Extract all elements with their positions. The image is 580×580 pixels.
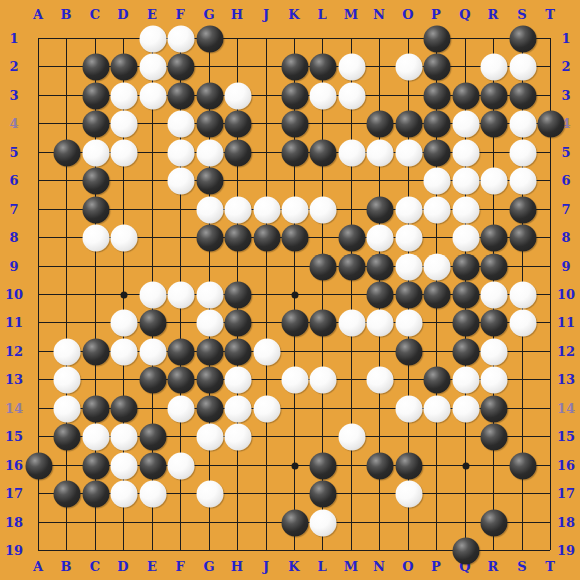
black-stone-R3 xyxy=(480,82,507,109)
col-label-top-D: D xyxy=(117,8,128,21)
black-stone-E15 xyxy=(139,423,166,450)
black-stone-G14 xyxy=(196,395,223,422)
black-stone-K8 xyxy=(281,224,308,251)
black-stone-T4 xyxy=(537,110,564,137)
black-stone-C7 xyxy=(82,196,109,223)
black-stone-M8 xyxy=(338,224,365,251)
white-stone-P14 xyxy=(423,395,450,422)
row-label-right-9: 9 xyxy=(561,260,570,273)
white-stone-S11 xyxy=(509,309,536,336)
black-stone-D2 xyxy=(110,53,137,80)
row-label-left-18: 18 xyxy=(5,516,23,529)
white-stone-B14 xyxy=(53,395,80,422)
black-stone-G3 xyxy=(196,82,223,109)
hoshi-point-Q16 xyxy=(462,462,469,469)
white-stone-O14 xyxy=(395,395,422,422)
white-stone-N5 xyxy=(366,139,393,166)
row-label-right-2: 2 xyxy=(561,60,570,73)
black-stone-L16 xyxy=(309,452,336,479)
white-stone-D3 xyxy=(110,82,137,109)
black-stone-N9 xyxy=(366,253,393,280)
row-label-left-17: 17 xyxy=(5,487,23,500)
white-stone-F16 xyxy=(167,452,194,479)
hoshi-point-K10 xyxy=(291,291,298,298)
col-label-top-B: B xyxy=(61,8,72,21)
black-stone-L2 xyxy=(309,53,336,80)
black-stone-L5 xyxy=(309,139,336,166)
col-label-bottom-O: O xyxy=(402,560,413,573)
col-label-bottom-C: C xyxy=(90,560,100,573)
white-stone-G5 xyxy=(196,139,223,166)
white-stone-N11 xyxy=(366,309,393,336)
black-stone-K2 xyxy=(281,53,308,80)
black-stone-L9 xyxy=(309,253,336,280)
white-stone-H15 xyxy=(224,423,251,450)
black-stone-A16 xyxy=(25,452,52,479)
col-label-bottom-K: K xyxy=(288,560,299,573)
col-label-bottom-N: N xyxy=(373,560,385,573)
white-stone-Q13 xyxy=(452,366,479,393)
white-stone-H7 xyxy=(224,196,251,223)
black-stone-H8 xyxy=(224,224,251,251)
black-stone-C16 xyxy=(82,452,109,479)
white-stone-R6 xyxy=(480,167,507,194)
white-stone-O9 xyxy=(395,253,422,280)
col-label-bottom-P: P xyxy=(431,560,441,573)
white-stone-N8 xyxy=(366,224,393,251)
black-stone-J8 xyxy=(253,224,280,251)
black-stone-O12 xyxy=(395,338,422,365)
white-stone-P6 xyxy=(423,167,450,194)
black-stone-C3 xyxy=(82,82,109,109)
white-stone-S2 xyxy=(509,53,536,80)
white-stone-P9 xyxy=(423,253,450,280)
black-stone-L17 xyxy=(309,480,336,507)
col-label-top-C: C xyxy=(90,8,100,21)
black-stone-C14 xyxy=(82,395,109,422)
col-label-top-K: K xyxy=(288,8,299,21)
black-stone-R9 xyxy=(480,253,507,280)
black-stone-C12 xyxy=(82,338,109,365)
row-label-left-5: 5 xyxy=(9,146,18,159)
white-stone-E2 xyxy=(139,53,166,80)
white-stone-E10 xyxy=(139,281,166,308)
black-stone-F12 xyxy=(167,338,194,365)
row-label-left-8: 8 xyxy=(9,231,18,244)
black-stone-G13 xyxy=(196,366,223,393)
black-stone-P3 xyxy=(423,82,450,109)
col-label-bottom-H: H xyxy=(231,560,243,573)
white-stone-Q14 xyxy=(452,395,479,422)
col-label-top-F: F xyxy=(175,8,184,21)
black-stone-R15 xyxy=(480,423,507,450)
black-stone-P5 xyxy=(423,139,450,166)
black-stone-P4 xyxy=(423,110,450,137)
col-label-top-H: H xyxy=(231,8,243,21)
white-stone-B12 xyxy=(53,338,80,365)
row-label-left-3: 3 xyxy=(9,89,18,102)
col-label-top-G: G xyxy=(203,8,214,21)
col-label-top-Q: Q xyxy=(459,8,470,21)
col-label-bottom-L: L xyxy=(317,560,326,573)
white-stone-M5 xyxy=(338,139,365,166)
black-stone-C17 xyxy=(82,480,109,507)
white-stone-C8 xyxy=(82,224,109,251)
black-stone-K11 xyxy=(281,309,308,336)
col-label-top-M: M xyxy=(344,8,358,21)
row-label-left-12: 12 xyxy=(5,345,23,358)
black-stone-Q12 xyxy=(452,338,479,365)
white-stone-Q7 xyxy=(452,196,479,223)
white-stone-D8 xyxy=(110,224,137,251)
black-stone-G4 xyxy=(196,110,223,137)
white-stone-G11 xyxy=(196,309,223,336)
black-stone-P13 xyxy=(423,366,450,393)
white-stone-E3 xyxy=(139,82,166,109)
black-stone-R18 xyxy=(480,509,507,536)
row-label-left-19: 19 xyxy=(5,544,23,557)
white-stone-M2 xyxy=(338,53,365,80)
black-stone-F3 xyxy=(167,82,194,109)
black-stone-R11 xyxy=(480,309,507,336)
black-stone-O4 xyxy=(395,110,422,137)
black-stone-H4 xyxy=(224,110,251,137)
white-stone-F5 xyxy=(167,139,194,166)
white-stone-D5 xyxy=(110,139,137,166)
black-stone-P2 xyxy=(423,53,450,80)
white-stone-Q5 xyxy=(452,139,479,166)
white-stone-H3 xyxy=(224,82,251,109)
black-stone-S7 xyxy=(509,196,536,223)
white-stone-E17 xyxy=(139,480,166,507)
white-stone-K13 xyxy=(281,366,308,393)
black-stone-N7 xyxy=(366,196,393,223)
black-stone-Q3 xyxy=(452,82,479,109)
white-stone-M3 xyxy=(338,82,365,109)
col-label-bottom-T: T xyxy=(545,560,555,573)
white-stone-D12 xyxy=(110,338,137,365)
white-stone-N13 xyxy=(366,366,393,393)
white-stone-G7 xyxy=(196,196,223,223)
black-stone-N16 xyxy=(366,452,393,479)
white-stone-R13 xyxy=(480,366,507,393)
col-label-top-S: S xyxy=(517,8,526,21)
black-stone-E13 xyxy=(139,366,166,393)
black-stone-G12 xyxy=(196,338,223,365)
white-stone-G10 xyxy=(196,281,223,308)
black-stone-C2 xyxy=(82,53,109,80)
hoshi-point-K16 xyxy=(291,462,298,469)
white-stone-B13 xyxy=(53,366,80,393)
white-stone-O11 xyxy=(395,309,422,336)
col-label-top-R: R xyxy=(488,8,499,21)
white-stone-Q8 xyxy=(452,224,479,251)
col-label-bottom-F: F xyxy=(175,560,184,573)
black-stone-H12 xyxy=(224,338,251,365)
black-stone-B17 xyxy=(53,480,80,507)
row-label-right-8: 8 xyxy=(561,231,570,244)
white-stone-D16 xyxy=(110,452,137,479)
row-label-right-7: 7 xyxy=(561,203,570,216)
white-stone-L7 xyxy=(309,196,336,223)
black-stone-C6 xyxy=(82,167,109,194)
col-label-top-L: L xyxy=(317,8,326,21)
col-label-bottom-E: E xyxy=(147,560,157,573)
grid-line-vertical-M xyxy=(351,38,352,550)
row-label-right-3: 3 xyxy=(561,89,570,102)
black-stone-K5 xyxy=(281,139,308,166)
white-stone-R12 xyxy=(480,338,507,365)
white-stone-C15 xyxy=(82,423,109,450)
white-stone-F1 xyxy=(167,25,194,52)
white-stone-F10 xyxy=(167,281,194,308)
black-stone-K4 xyxy=(281,110,308,137)
go-app-window: ABCDEFGHJKLMNOPQRST ABCDEFGHJKLMNOPQRST … xyxy=(0,0,580,580)
row-label-right-13: 13 xyxy=(557,373,575,386)
white-stone-S4 xyxy=(509,110,536,137)
col-label-bottom-D: D xyxy=(117,560,128,573)
black-stone-E11 xyxy=(139,309,166,336)
white-stone-H14 xyxy=(224,395,251,422)
col-label-bottom-M: M xyxy=(344,560,358,573)
black-stone-K18 xyxy=(281,509,308,536)
black-stone-M9 xyxy=(338,253,365,280)
black-stone-Q19 xyxy=(452,537,479,564)
row-label-left-16: 16 xyxy=(5,459,23,472)
black-stone-S16 xyxy=(509,452,536,479)
black-stone-S8 xyxy=(509,224,536,251)
col-label-bottom-R: R xyxy=(488,560,499,573)
col-label-bottom-A: A xyxy=(33,560,43,573)
black-stone-B15 xyxy=(53,423,80,450)
white-stone-Q6 xyxy=(452,167,479,194)
row-label-right-11: 11 xyxy=(557,316,575,329)
hoshi-point-D10 xyxy=(120,291,127,298)
white-stone-O2 xyxy=(395,53,422,80)
col-label-top-A: A xyxy=(33,8,43,21)
white-stone-H13 xyxy=(224,366,251,393)
black-stone-Q10 xyxy=(452,281,479,308)
black-stone-N4 xyxy=(366,110,393,137)
row-label-right-6: 6 xyxy=(561,174,570,187)
white-stone-J7 xyxy=(253,196,280,223)
white-stone-G17 xyxy=(196,480,223,507)
white-stone-O17 xyxy=(395,480,422,507)
white-stone-J12 xyxy=(253,338,280,365)
row-label-right-14: 14 xyxy=(557,402,575,415)
black-stone-G6 xyxy=(196,167,223,194)
row-label-left-9: 9 xyxy=(9,260,18,273)
col-label-bottom-B: B xyxy=(61,560,72,573)
white-stone-C5 xyxy=(82,139,109,166)
col-label-top-E: E xyxy=(147,8,157,21)
row-label-right-17: 17 xyxy=(557,487,575,500)
white-stone-L13 xyxy=(309,366,336,393)
black-stone-C4 xyxy=(82,110,109,137)
row-label-left-10: 10 xyxy=(5,288,23,301)
col-label-bottom-J: J xyxy=(263,560,269,573)
white-stone-S5 xyxy=(509,139,536,166)
col-label-bottom-S: S xyxy=(517,560,526,573)
row-label-right-16: 16 xyxy=(557,459,575,472)
black-stone-G8 xyxy=(196,224,223,251)
col-label-top-T: T xyxy=(545,8,555,21)
white-stone-M15 xyxy=(338,423,365,450)
black-stone-Q9 xyxy=(452,253,479,280)
row-label-left-7: 7 xyxy=(9,203,18,216)
row-label-left-11: 11 xyxy=(5,316,23,329)
white-stone-Q4 xyxy=(452,110,479,137)
white-stone-M11 xyxy=(338,309,365,336)
white-stone-P7 xyxy=(423,196,450,223)
white-stone-F14 xyxy=(167,395,194,422)
col-label-bottom-G: G xyxy=(203,560,214,573)
black-stone-L11 xyxy=(309,309,336,336)
white-stone-D4 xyxy=(110,110,137,137)
black-stone-O10 xyxy=(395,281,422,308)
col-label-top-N: N xyxy=(373,8,385,21)
black-stone-E16 xyxy=(139,452,166,479)
col-label-top-J: J xyxy=(263,8,269,21)
white-stone-E1 xyxy=(139,25,166,52)
black-stone-P1 xyxy=(423,25,450,52)
white-stone-O5 xyxy=(395,139,422,166)
black-stone-S3 xyxy=(509,82,536,109)
row-label-right-1: 1 xyxy=(561,32,570,45)
black-stone-B5 xyxy=(53,139,80,166)
black-stone-R14 xyxy=(480,395,507,422)
black-stone-H5 xyxy=(224,139,251,166)
white-stone-G15 xyxy=(196,423,223,450)
black-stone-R4 xyxy=(480,110,507,137)
white-stone-F6 xyxy=(167,167,194,194)
row-label-right-5: 5 xyxy=(561,146,570,159)
black-stone-H10 xyxy=(224,281,251,308)
black-stone-F13 xyxy=(167,366,194,393)
black-stone-K3 xyxy=(281,82,308,109)
white-stone-J14 xyxy=(253,395,280,422)
black-stone-F2 xyxy=(167,53,194,80)
white-stone-L18 xyxy=(309,509,336,536)
black-stone-Q11 xyxy=(452,309,479,336)
black-stone-P10 xyxy=(423,281,450,308)
black-stone-D14 xyxy=(110,395,137,422)
black-stone-S1 xyxy=(509,25,536,52)
row-label-right-10: 10 xyxy=(557,288,575,301)
row-label-left-2: 2 xyxy=(9,60,18,73)
black-stone-H11 xyxy=(224,309,251,336)
white-stone-D15 xyxy=(110,423,137,450)
white-stone-L3 xyxy=(309,82,336,109)
row-label-left-14: 14 xyxy=(5,402,23,415)
white-stone-O8 xyxy=(395,224,422,251)
row-label-right-18: 18 xyxy=(557,516,575,529)
row-label-left-6: 6 xyxy=(9,174,18,187)
white-stone-O7 xyxy=(395,196,422,223)
row-label-left-15: 15 xyxy=(5,430,23,443)
white-stone-K7 xyxy=(281,196,308,223)
white-stone-R10 xyxy=(480,281,507,308)
black-stone-O16 xyxy=(395,452,422,479)
black-stone-N10 xyxy=(366,281,393,308)
white-stone-D11 xyxy=(110,309,137,336)
col-label-top-P: P xyxy=(431,8,441,21)
row-label-left-13: 13 xyxy=(5,373,23,386)
black-stone-G1 xyxy=(196,25,223,52)
row-label-left-1: 1 xyxy=(9,32,18,45)
row-label-left-4: 4 xyxy=(9,117,18,130)
black-stone-R8 xyxy=(480,224,507,251)
white-stone-S6 xyxy=(509,167,536,194)
white-stone-D17 xyxy=(110,480,137,507)
row-label-right-19: 19 xyxy=(557,544,575,557)
white-stone-E12 xyxy=(139,338,166,365)
col-label-top-O: O xyxy=(402,8,413,21)
row-label-right-15: 15 xyxy=(557,430,575,443)
white-stone-R2 xyxy=(480,53,507,80)
white-stone-F4 xyxy=(167,110,194,137)
row-label-right-12: 12 xyxy=(557,345,575,358)
white-stone-S10 xyxy=(509,281,536,308)
